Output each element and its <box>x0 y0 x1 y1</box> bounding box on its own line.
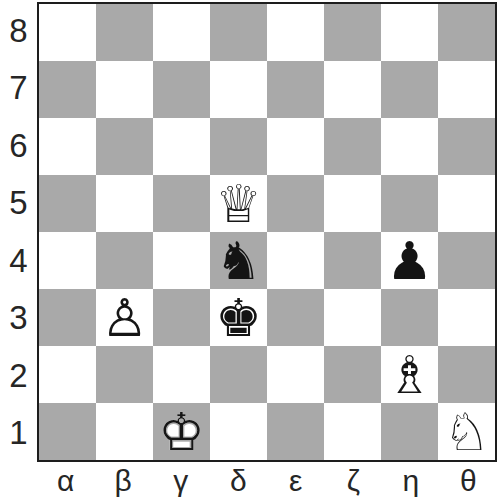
piece-white-knight-θ1[interactable]: ♞♘ <box>438 403 495 460</box>
square-α8[interactable] <box>39 4 96 61</box>
rank-label-5: 5 <box>9 184 27 222</box>
square-γ4[interactable] <box>153 232 210 289</box>
square-θ6[interactable] <box>438 118 495 175</box>
square-θ7[interactable] <box>438 61 495 118</box>
chess-diagram: 87654321 ♛♕♞♟♟♙♚♝♗♚♔♞♘ αβγδεζηθ <box>0 0 497 500</box>
square-α5[interactable] <box>39 175 96 232</box>
square-θ1[interactable]: ♞♘ <box>438 403 495 460</box>
king-glyph: ♚ <box>210 289 267 346</box>
square-ε2[interactable] <box>267 346 324 403</box>
pawn-outline-glyph: ♙ <box>96 289 153 346</box>
square-η3[interactable] <box>381 289 438 346</box>
file-labels: αβγδεζηθ <box>37 462 497 500</box>
square-δ7[interactable] <box>210 61 267 118</box>
file-label-γ: γ <box>173 464 188 498</box>
king-outline-glyph: ♔ <box>153 403 210 460</box>
square-δ4[interactable]: ♞ <box>210 232 267 289</box>
piece-white-bishop-η2[interactable]: ♝♗ <box>381 346 438 403</box>
square-δ8[interactable] <box>210 4 267 61</box>
square-η7[interactable] <box>381 61 438 118</box>
square-β5[interactable] <box>96 175 153 232</box>
square-ζ5[interactable] <box>324 175 381 232</box>
rank-label-6: 6 <box>9 127 27 165</box>
square-η4[interactable]: ♟ <box>381 232 438 289</box>
square-η5[interactable] <box>381 175 438 232</box>
square-η8[interactable] <box>381 4 438 61</box>
square-θ3[interactable] <box>438 289 495 346</box>
bishop-outline-glyph: ♗ <box>381 346 438 403</box>
piece-black-pawn-η4[interactable]: ♟ <box>381 232 438 289</box>
square-ε8[interactable] <box>267 4 324 61</box>
square-δ6[interactable] <box>210 118 267 175</box>
file-label-β: β <box>115 464 132 498</box>
square-β7[interactable] <box>96 61 153 118</box>
chess-board: ♛♕♞♟♟♙♚♝♗♚♔♞♘ <box>37 2 497 462</box>
square-ζ3[interactable] <box>324 289 381 346</box>
square-ζ8[interactable] <box>324 4 381 61</box>
file-label-ε: ε <box>289 464 302 498</box>
file-label-δ: δ <box>230 464 247 498</box>
square-γ1[interactable]: ♚♔ <box>153 403 210 460</box>
rank-labels: 87654321 <box>0 2 37 462</box>
square-ε4[interactable] <box>267 232 324 289</box>
square-β4[interactable] <box>96 232 153 289</box>
square-ζ6[interactable] <box>324 118 381 175</box>
square-ζ2[interactable] <box>324 346 381 403</box>
square-γ2[interactable] <box>153 346 210 403</box>
square-β2[interactable] <box>96 346 153 403</box>
square-δ3[interactable]: ♚ <box>210 289 267 346</box>
rank-label-2: 2 <box>9 357 27 395</box>
knight-outline-glyph: ♘ <box>438 403 495 460</box>
square-α1[interactable] <box>39 403 96 460</box>
square-θ4[interactable] <box>438 232 495 289</box>
queen-outline-glyph: ♕ <box>210 175 267 232</box>
square-θ5[interactable] <box>438 175 495 232</box>
piece-black-knight-δ4[interactable]: ♞ <box>210 232 267 289</box>
square-α4[interactable] <box>39 232 96 289</box>
square-δ2[interactable] <box>210 346 267 403</box>
square-γ3[interactable] <box>153 289 210 346</box>
square-β1[interactable] <box>96 403 153 460</box>
square-γ7[interactable] <box>153 61 210 118</box>
square-ε3[interactable] <box>267 289 324 346</box>
square-β8[interactable] <box>96 4 153 61</box>
square-α2[interactable] <box>39 346 96 403</box>
square-γ8[interactable] <box>153 4 210 61</box>
square-η1[interactable] <box>381 403 438 460</box>
piece-white-pawn-β3[interactable]: ♟♙ <box>96 289 153 346</box>
square-η6[interactable] <box>381 118 438 175</box>
square-β6[interactable] <box>96 118 153 175</box>
piece-white-queen-δ5[interactable]: ♛♕ <box>210 175 267 232</box>
square-α3[interactable] <box>39 289 96 346</box>
square-δ5[interactable]: ♛♕ <box>210 175 267 232</box>
rank-label-4: 4 <box>9 242 27 280</box>
file-label-ζ: ζ <box>347 464 360 498</box>
square-θ2[interactable] <box>438 346 495 403</box>
pawn-glyph: ♟ <box>381 232 438 289</box>
square-β3[interactable]: ♟♙ <box>96 289 153 346</box>
rank-label-7: 7 <box>9 69 27 107</box>
square-ζ1[interactable] <box>324 403 381 460</box>
rank-label-8: 8 <box>9 12 27 50</box>
square-ζ4[interactable] <box>324 232 381 289</box>
square-ε1[interactable] <box>267 403 324 460</box>
square-α7[interactable] <box>39 61 96 118</box>
square-ε7[interactable] <box>267 61 324 118</box>
file-label-θ: θ <box>460 464 477 498</box>
square-ε5[interactable] <box>267 175 324 232</box>
piece-white-king-γ1[interactable]: ♚♔ <box>153 403 210 460</box>
square-ζ7[interactable] <box>324 61 381 118</box>
file-label-η: η <box>402 464 419 498</box>
square-γ6[interactable] <box>153 118 210 175</box>
rank-label-1: 1 <box>9 414 27 452</box>
square-α6[interactable] <box>39 118 96 175</box>
square-ε6[interactable] <box>267 118 324 175</box>
square-γ5[interactable] <box>153 175 210 232</box>
rank-label-3: 3 <box>9 299 27 337</box>
square-δ1[interactable] <box>210 403 267 460</box>
knight-glyph: ♞ <box>210 232 267 289</box>
file-label-α: α <box>57 464 74 498</box>
piece-black-king-δ3[interactable]: ♚ <box>210 289 267 346</box>
square-θ8[interactable] <box>438 4 495 61</box>
square-η2[interactable]: ♝♗ <box>381 346 438 403</box>
